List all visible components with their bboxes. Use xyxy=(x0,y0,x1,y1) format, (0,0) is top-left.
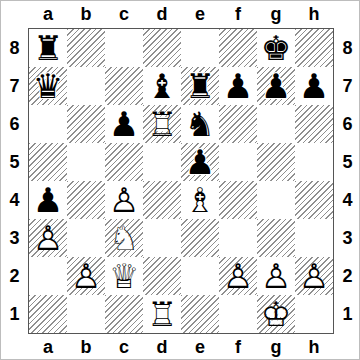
square-g6[interactable] xyxy=(257,105,295,143)
square-f5[interactable] xyxy=(219,143,257,181)
square-h4[interactable] xyxy=(295,181,333,219)
square-e5[interactable]: ♟ xyxy=(181,143,219,181)
rank-label-3: 3 xyxy=(1,219,28,257)
square-g8[interactable]: ♚ xyxy=(257,29,295,67)
square-d5[interactable] xyxy=(143,143,181,181)
piece-glyph: ♝ xyxy=(143,67,181,105)
square-e7[interactable]: ♜ xyxy=(181,67,219,105)
square-f8[interactable] xyxy=(219,29,257,67)
file-label-h: h xyxy=(295,334,333,360)
rank-label-1: 1 xyxy=(1,295,28,333)
square-c6[interactable]: ♟ xyxy=(105,105,143,143)
piece-white-pawn-icon: ♟♙ xyxy=(105,181,143,219)
piece-white-rook-icon: ♜♖ xyxy=(143,295,181,333)
square-a6[interactable] xyxy=(29,105,67,143)
piece-glyph: ♟ xyxy=(219,67,257,105)
square-e2[interactable] xyxy=(181,257,219,295)
file-label-d: d xyxy=(143,1,181,28)
chess-diagram: abcdefgh abcdefgh 87654321 87654321 ♜♚♛♝… xyxy=(0,0,360,360)
square-a3[interactable]: ♟♙ xyxy=(29,219,67,257)
square-h6[interactable] xyxy=(295,105,333,143)
square-g3[interactable] xyxy=(257,219,295,257)
square-b4[interactable] xyxy=(67,181,105,219)
square-g4[interactable] xyxy=(257,181,295,219)
rank-label-6: 6 xyxy=(1,105,28,143)
rank-label-7: 7 xyxy=(1,67,28,105)
square-d8[interactable] xyxy=(143,29,181,67)
piece-glyph: ♟ xyxy=(105,105,143,143)
square-d2[interactable] xyxy=(143,257,181,295)
piece-glyph: ♔ xyxy=(257,295,295,333)
piece-black-knight-icon: ♞ xyxy=(181,105,219,143)
square-h3[interactable] xyxy=(295,219,333,257)
piece-white-knight-icon: ♞♘ xyxy=(105,219,143,257)
file-labels-bottom: abcdefgh xyxy=(29,334,333,360)
square-c1[interactable] xyxy=(105,295,143,333)
square-g5[interactable] xyxy=(257,143,295,181)
piece-black-bishop-icon: ♝ xyxy=(143,67,181,105)
chess-board: ♜♚♛♝♜♟♟♟♟♜♖♞♟♟♟♙♝♗♟♙♞♘♟♙♛♕♟♙♟♙♟♙♜♖♚♔ xyxy=(28,28,334,334)
file-label-g: g xyxy=(257,1,295,28)
square-e8[interactable] xyxy=(181,29,219,67)
piece-glyph: ♜ xyxy=(29,29,67,67)
piece-glyph: ♟ xyxy=(295,67,333,105)
file-label-b: b xyxy=(67,334,105,360)
square-d4[interactable] xyxy=(143,181,181,219)
square-h7[interactable]: ♟ xyxy=(295,67,333,105)
piece-glyph: ♙ xyxy=(105,181,143,219)
rank-labels-right: 87654321 xyxy=(334,29,360,333)
piece-glyph: ♙ xyxy=(257,257,295,295)
piece-black-queen-icon: ♛ xyxy=(29,67,67,105)
square-e1[interactable] xyxy=(181,295,219,333)
file-label-a: a xyxy=(29,1,67,28)
square-b7[interactable] xyxy=(67,67,105,105)
square-b3[interactable] xyxy=(67,219,105,257)
rank-label-8: 8 xyxy=(334,29,360,67)
piece-black-king-icon: ♚ xyxy=(257,29,295,67)
piece-black-rook-icon: ♜ xyxy=(29,29,67,67)
piece-glyph: ♙ xyxy=(29,219,67,257)
square-b1[interactable] xyxy=(67,295,105,333)
square-a7[interactable]: ♛ xyxy=(29,67,67,105)
piece-glyph: ♗ xyxy=(181,181,219,219)
square-a1[interactable] xyxy=(29,295,67,333)
piece-glyph: ♞ xyxy=(181,105,219,143)
square-d3[interactable] xyxy=(143,219,181,257)
square-e4[interactable]: ♝♗ xyxy=(181,181,219,219)
file-label-b: b xyxy=(67,1,105,28)
rank-label-3: 3 xyxy=(334,219,360,257)
rank-label-1: 1 xyxy=(334,295,360,333)
piece-white-king-icon: ♚♔ xyxy=(257,295,295,333)
piece-white-pawn-icon: ♟♙ xyxy=(295,257,333,295)
file-label-e: e xyxy=(181,1,219,28)
square-c5[interactable] xyxy=(105,143,143,181)
square-g7[interactable]: ♟ xyxy=(257,67,295,105)
rank-label-4: 4 xyxy=(1,181,28,219)
piece-glyph: ♜ xyxy=(181,67,219,105)
piece-black-pawn-icon: ♟ xyxy=(257,67,295,105)
rank-label-2: 2 xyxy=(1,257,28,295)
piece-glyph: ♙ xyxy=(295,257,333,295)
square-b2[interactable]: ♟♙ xyxy=(67,257,105,295)
piece-white-rook-icon: ♜♖ xyxy=(143,105,181,143)
square-f2[interactable]: ♟♙ xyxy=(219,257,257,295)
square-d6[interactable]: ♜♖ xyxy=(143,105,181,143)
file-label-a: a xyxy=(29,334,67,360)
square-a8[interactable]: ♜ xyxy=(29,29,67,67)
file-label-f: f xyxy=(219,334,257,360)
square-c3[interactable]: ♞♘ xyxy=(105,219,143,257)
piece-glyph: ♕ xyxy=(105,257,143,295)
square-c2[interactable]: ♛♕ xyxy=(105,257,143,295)
piece-black-pawn-icon: ♟ xyxy=(295,67,333,105)
square-f4[interactable] xyxy=(219,181,257,219)
square-e6[interactable]: ♞ xyxy=(181,105,219,143)
piece-glyph: ♟ xyxy=(181,143,219,181)
piece-white-pawn-icon: ♟♙ xyxy=(219,257,257,295)
square-d1[interactable]: ♜♖ xyxy=(143,295,181,333)
square-a2[interactable] xyxy=(29,257,67,295)
piece-black-pawn-icon: ♟ xyxy=(219,67,257,105)
square-f6[interactable] xyxy=(219,105,257,143)
square-a4[interactable]: ♟ xyxy=(29,181,67,219)
square-d7[interactable]: ♝ xyxy=(143,67,181,105)
piece-glyph: ♛ xyxy=(29,67,67,105)
rank-label-8: 8 xyxy=(1,29,28,67)
piece-glyph: ♟ xyxy=(257,67,295,105)
square-a5[interactable] xyxy=(29,143,67,181)
file-label-c: c xyxy=(105,334,143,360)
piece-black-pawn-icon: ♟ xyxy=(29,181,67,219)
file-label-g: g xyxy=(257,334,295,360)
rank-label-5: 5 xyxy=(1,143,28,181)
square-h8[interactable] xyxy=(295,29,333,67)
rank-label-4: 4 xyxy=(334,181,360,219)
rank-label-6: 6 xyxy=(334,105,360,143)
piece-white-bishop-icon: ♝♗ xyxy=(181,181,219,219)
piece-glyph: ♖ xyxy=(143,105,181,143)
square-g2[interactable]: ♟♙ xyxy=(257,257,295,295)
square-g1[interactable]: ♚♔ xyxy=(257,295,295,333)
piece-glyph: ♟ xyxy=(29,181,67,219)
square-b6[interactable] xyxy=(67,105,105,143)
square-f7[interactable]: ♟ xyxy=(219,67,257,105)
file-label-h: h xyxy=(295,1,333,28)
rank-label-5: 5 xyxy=(334,143,360,181)
piece-white-pawn-icon: ♟♙ xyxy=(29,219,67,257)
square-c8[interactable] xyxy=(105,29,143,67)
piece-glyph: ♙ xyxy=(67,257,105,295)
square-b8[interactable] xyxy=(67,29,105,67)
square-b5[interactable] xyxy=(67,143,105,181)
square-f3[interactable] xyxy=(219,219,257,257)
square-c7[interactable] xyxy=(105,67,143,105)
rank-label-2: 2 xyxy=(334,257,360,295)
piece-white-pawn-icon: ♟♙ xyxy=(67,257,105,295)
file-label-e: e xyxy=(181,334,219,360)
square-e3[interactable] xyxy=(181,219,219,257)
file-label-c: c xyxy=(105,1,143,28)
piece-black-pawn-icon: ♟ xyxy=(105,105,143,143)
square-h5[interactable] xyxy=(295,143,333,181)
file-label-f: f xyxy=(219,1,257,28)
piece-glyph: ♚ xyxy=(257,29,295,67)
piece-white-queen-icon: ♛♕ xyxy=(105,257,143,295)
rank-labels-left: 87654321 xyxy=(1,29,28,333)
rank-label-7: 7 xyxy=(334,67,360,105)
square-h1[interactable] xyxy=(295,295,333,333)
piece-glyph: ♘ xyxy=(105,219,143,257)
piece-white-pawn-icon: ♟♙ xyxy=(257,257,295,295)
file-labels-top: abcdefgh xyxy=(29,1,333,28)
piece-black-pawn-icon: ♟ xyxy=(181,143,219,181)
piece-black-rook-icon: ♜ xyxy=(181,67,219,105)
square-h2[interactable]: ♟♙ xyxy=(295,257,333,295)
square-c4[interactable]: ♟♙ xyxy=(105,181,143,219)
piece-glyph: ♙ xyxy=(219,257,257,295)
file-label-d: d xyxy=(143,334,181,360)
piece-glyph: ♖ xyxy=(143,295,181,333)
square-f1[interactable] xyxy=(219,295,257,333)
